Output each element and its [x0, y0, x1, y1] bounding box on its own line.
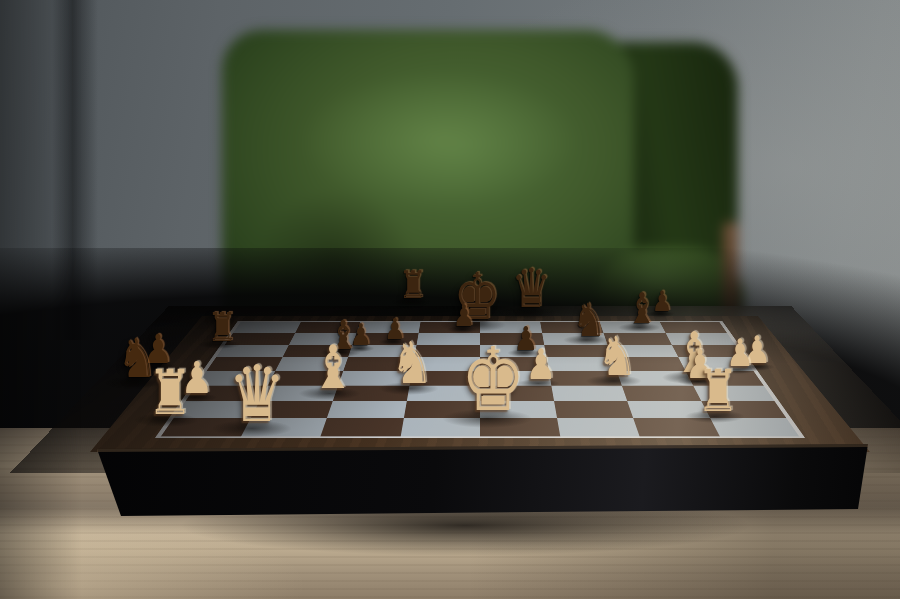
black-bishop-g7[interactable]: ♝ — [627, 288, 658, 330]
white-knight-f3[interactable]: ♞ — [597, 330, 637, 384]
white-rook-g1[interactable]: ♜ — [697, 362, 740, 420]
chess-photo-scene: ♜♛♟♚♝♟♞♟♜♟♝♟♟♟♟♝♞♟♟♞♞♝♟♜♜♚♛ — [0, 0, 900, 599]
black-queen-e7[interactable]: ♛ — [511, 262, 551, 316]
black-pawn-d7[interactable]: ♟ — [453, 301, 475, 331]
white-bishop-c2[interactable]: ♝ — [311, 337, 355, 397]
white-knight-d2[interactable]: ♞ — [391, 334, 434, 392]
white-pawn-f2[interactable]: ♟ — [526, 344, 557, 386]
white-queen-b1[interactable]: ♛ — [228, 355, 285, 433]
black-rook-c8[interactable]: ♜ — [399, 266, 427, 304]
pieces-layer: ♜♛♟♚♝♟♞♟♜♟♝♟♟♟♟♝♞♟♟♞♞♝♟♜♜♚♛ — [0, 0, 900, 599]
black-rook-a8[interactable]: ♜ — [207, 307, 236, 347]
white-king-e1[interactable]: ♚ — [461, 336, 526, 424]
white-rook-a1[interactable]: ♜ — [147, 362, 193, 424]
